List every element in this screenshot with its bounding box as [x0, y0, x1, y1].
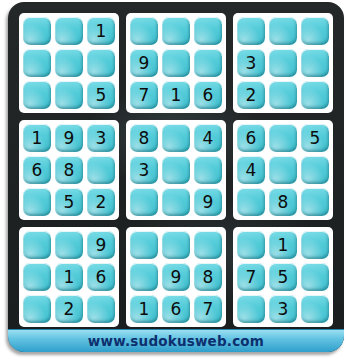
cell-r9-c4[interactable]: 1 [130, 295, 158, 323]
cell-r4-c8[interactable] [269, 124, 297, 152]
box-1-1: 8439 [126, 120, 226, 220]
cell-r9-c9[interactable] [301, 295, 329, 323]
cell-r5-c7[interactable]: 4 [237, 156, 265, 184]
cell-r3-c9[interactable] [301, 81, 329, 109]
site-url-banner: www.sudokusweb.com [8, 329, 344, 352]
cell-r4-c9[interactable]: 5 [301, 124, 329, 152]
cell-r4-c7[interactable]: 6 [237, 124, 265, 152]
cell-r5-c8[interactable] [269, 156, 297, 184]
sudoku-board: 159716321936852843965489162981671753 www… [8, 2, 344, 352]
cell-r8-c6[interactable]: 8 [194, 263, 222, 291]
cell-r6-c4[interactable] [130, 188, 158, 216]
grid-wrap: 159716321936852843965489162981671753 [8, 2, 344, 329]
cell-r5-c5[interactable] [162, 156, 190, 184]
cell-r6-c8[interactable]: 8 [269, 188, 297, 216]
cell-r9-c5[interactable]: 6 [162, 295, 190, 323]
cell-r5-c3[interactable] [87, 156, 115, 184]
cell-r9-c6[interactable]: 7 [194, 295, 222, 323]
cell-r8-c3[interactable]: 6 [87, 263, 115, 291]
cell-r5-c9[interactable] [301, 156, 329, 184]
cell-r7-c7[interactable] [237, 231, 265, 259]
cell-r2-c3[interactable] [87, 49, 115, 77]
cell-r3-c1[interactable] [23, 81, 51, 109]
cell-r2-c6[interactable] [194, 49, 222, 77]
cell-r1-c2[interactable] [55, 17, 83, 45]
box-2-2: 1753 [233, 227, 333, 327]
cell-r3-c8[interactable] [269, 81, 297, 109]
cell-r9-c2[interactable]: 2 [55, 295, 83, 323]
cell-r1-c9[interactable] [301, 17, 329, 45]
cell-r9-c8[interactable]: 3 [269, 295, 297, 323]
cell-r4-c6[interactable]: 4 [194, 124, 222, 152]
cell-r1-c4[interactable] [130, 17, 158, 45]
cell-r7-c9[interactable] [301, 231, 329, 259]
cell-r2-c5[interactable] [162, 49, 190, 77]
cell-r1-c1[interactable] [23, 17, 51, 45]
cell-r1-c7[interactable] [237, 17, 265, 45]
box-1-0: 1936852 [19, 120, 119, 220]
cell-r9-c3[interactable] [87, 295, 115, 323]
site-url-link[interactable]: www.sudokusweb.com [88, 333, 264, 349]
cell-r8-c4[interactable] [130, 263, 158, 291]
cell-r8-c5[interactable]: 9 [162, 263, 190, 291]
cell-r6-c7[interactable] [237, 188, 265, 216]
cell-r3-c5[interactable]: 1 [162, 81, 190, 109]
cell-r8-c1[interactable] [23, 263, 51, 291]
cell-r2-c2[interactable] [55, 49, 83, 77]
cell-r6-c2[interactable]: 5 [55, 188, 83, 216]
cell-r6-c1[interactable] [23, 188, 51, 216]
cell-r3-c3[interactable]: 5 [87, 81, 115, 109]
cell-r7-c3[interactable]: 9 [87, 231, 115, 259]
cell-r9-c1[interactable] [23, 295, 51, 323]
cell-r8-c8[interactable]: 5 [269, 263, 297, 291]
cell-r5-c4[interactable]: 3 [130, 156, 158, 184]
box-0-0: 15 [19, 13, 119, 113]
cell-r2-c8[interactable] [269, 49, 297, 77]
box-0-1: 9716 [126, 13, 226, 113]
cell-r6-c6[interactable]: 9 [194, 188, 222, 216]
cell-r3-c2[interactable] [55, 81, 83, 109]
cell-r7-c5[interactable] [162, 231, 190, 259]
page: 159716321936852843965489162981671753 www… [0, 0, 350, 360]
cell-r2-c1[interactable] [23, 49, 51, 77]
cell-r8-c9[interactable] [301, 263, 329, 291]
cell-r1-c5[interactable] [162, 17, 190, 45]
cell-r4-c1[interactable]: 1 [23, 124, 51, 152]
cell-r8-c2[interactable]: 1 [55, 263, 83, 291]
cell-r7-c6[interactable] [194, 231, 222, 259]
box-2-0: 9162 [19, 227, 119, 327]
cell-r6-c5[interactable] [162, 188, 190, 216]
cell-r1-c6[interactable] [194, 17, 222, 45]
cell-r4-c4[interactable]: 8 [130, 124, 158, 152]
cell-r7-c2[interactable] [55, 231, 83, 259]
box-1-2: 6548 [233, 120, 333, 220]
cell-r7-c8[interactable]: 1 [269, 231, 297, 259]
cell-r4-c2[interactable]: 9 [55, 124, 83, 152]
cell-r3-c4[interactable]: 7 [130, 81, 158, 109]
cell-r3-c7[interactable]: 2 [237, 81, 265, 109]
cell-r9-c7[interactable] [237, 295, 265, 323]
cell-r1-c8[interactable] [269, 17, 297, 45]
cell-r5-c2[interactable]: 8 [55, 156, 83, 184]
cell-r5-c1[interactable]: 6 [23, 156, 51, 184]
cell-r5-c6[interactable] [194, 156, 222, 184]
cell-r3-c6[interactable]: 6 [194, 81, 222, 109]
cell-r1-c3[interactable]: 1 [87, 17, 115, 45]
cell-r4-c5[interactable] [162, 124, 190, 152]
box-0-2: 32 [233, 13, 333, 113]
cell-r8-c7[interactable]: 7 [237, 263, 265, 291]
cell-r2-c9[interactable] [301, 49, 329, 77]
cell-r6-c9[interactable] [301, 188, 329, 216]
box-2-1: 98167 [126, 227, 226, 327]
sudoku-grid: 159716321936852843965489162981671753 [19, 13, 333, 327]
cell-r7-c1[interactable] [23, 231, 51, 259]
cell-r2-c7[interactable]: 3 [237, 49, 265, 77]
cell-r2-c4[interactable]: 9 [130, 49, 158, 77]
cell-r4-c3[interactable]: 3 [87, 124, 115, 152]
cell-r7-c4[interactable] [130, 231, 158, 259]
cell-r6-c3[interactable]: 2 [87, 188, 115, 216]
